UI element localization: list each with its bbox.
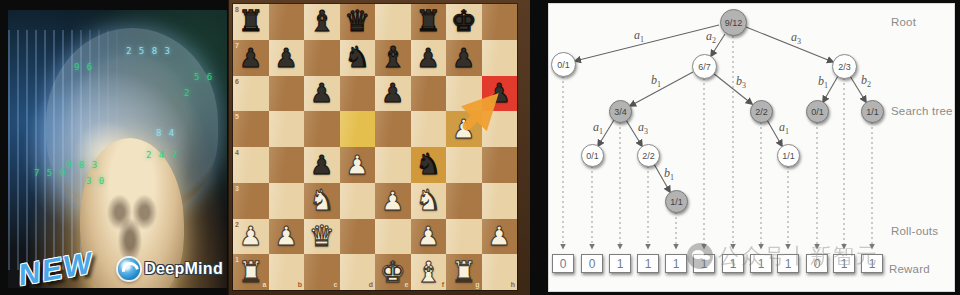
edge-label: a2 bbox=[706, 29, 716, 45]
square-g5[interactable]: ♟ bbox=[446, 111, 482, 147]
black-piece-c6: ♟ bbox=[310, 80, 333, 106]
square-c4[interactable]: ♟ bbox=[304, 147, 340, 183]
digit-cluster-2: 5 6 bbox=[194, 72, 213, 82]
edge-label: b1 bbox=[651, 73, 661, 89]
square-f1[interactable]: f♝ bbox=[411, 254, 447, 290]
white-piece-f3: ♞ bbox=[415, 186, 441, 215]
reward-value-11: 1 bbox=[861, 254, 883, 273]
square-h4[interactable] bbox=[482, 147, 518, 183]
square-g2[interactable] bbox=[446, 219, 482, 255]
square-e2[interactable] bbox=[375, 219, 411, 255]
black-piece-f7: ♟ bbox=[417, 45, 440, 71]
label-reward: Reward bbox=[889, 263, 930, 275]
file-label-c: c bbox=[334, 281, 338, 288]
square-h8[interactable] bbox=[482, 4, 518, 40]
tree-edges bbox=[549, 4, 954, 291]
digit-cluster-8: 2 4 7 bbox=[146, 150, 178, 160]
square-c8[interactable]: ♝ bbox=[304, 4, 340, 40]
square-f3[interactable]: ♞ bbox=[411, 183, 447, 219]
black-piece-e7: ♝ bbox=[380, 43, 406, 72]
square-e4[interactable] bbox=[375, 147, 411, 183]
black-piece-g7: ♟ bbox=[452, 45, 475, 71]
black-piece-d8: ♛ bbox=[344, 7, 370, 36]
edge-label: a3 bbox=[638, 120, 648, 136]
black-piece-f4: ♞ bbox=[415, 150, 441, 179]
square-a2[interactable]: 2♟ bbox=[233, 219, 269, 255]
square-d6[interactable] bbox=[340, 76, 376, 112]
edge-label: b2 bbox=[861, 73, 871, 89]
digit-cluster-1: 9 6 bbox=[74, 62, 93, 72]
square-c2[interactable]: ♛ bbox=[304, 219, 340, 255]
square-g6[interactable] bbox=[446, 76, 482, 112]
file-label-e: e bbox=[405, 281, 409, 288]
chess-panel: 8♜♝♛♜♚7♟♟♞♝♟♟6♟♟♟5♟4♟♟♞3♞♟♞2♟♟♛♟♟1a♜bcde… bbox=[228, 0, 530, 295]
white-piece-c3: ♞ bbox=[309, 186, 335, 215]
edge-label: a1 bbox=[593, 120, 603, 136]
square-h3[interactable] bbox=[482, 183, 518, 219]
white-piece-c2: ♛ bbox=[309, 222, 335, 251]
reward-value-10: 1 bbox=[833, 254, 855, 273]
tree-node: 2/2 bbox=[637, 144, 660, 167]
black-piece-a8: ♜ bbox=[238, 7, 264, 36]
square-c1[interactable]: c bbox=[304, 254, 340, 290]
rank-label-6: 6 bbox=[235, 78, 239, 85]
rank-label-5: 5 bbox=[235, 113, 239, 120]
tree-node: 1/1 bbox=[777, 144, 800, 167]
reward-value-6: 1 bbox=[722, 254, 744, 273]
square-a8[interactable]: 8♜ bbox=[233, 4, 269, 40]
square-e8[interactable] bbox=[375, 4, 411, 40]
reward-value-9: 0 bbox=[806, 254, 828, 273]
square-g4[interactable] bbox=[446, 147, 482, 183]
black-piece-c8: ♝ bbox=[309, 7, 335, 36]
square-e5[interactable] bbox=[375, 111, 411, 147]
square-b4[interactable] bbox=[269, 147, 305, 183]
black-piece-a7: ♟ bbox=[239, 45, 262, 71]
square-f4[interactable]: ♞ bbox=[411, 147, 447, 183]
label-root: Root bbox=[891, 16, 916, 28]
rank-label-2: 2 bbox=[235, 221, 239, 228]
reward-value-2: 1 bbox=[609, 254, 631, 273]
black-piece-g8: ♚ bbox=[451, 7, 477, 36]
square-c5[interactable] bbox=[304, 111, 340, 147]
square-g3[interactable] bbox=[446, 183, 482, 219]
edge-label: a3 bbox=[791, 30, 801, 46]
square-e6[interactable]: ♟ bbox=[375, 76, 411, 112]
digit-cluster-4: 8 4 bbox=[156, 128, 175, 138]
square-f2[interactable]: ♟ bbox=[411, 219, 447, 255]
square-e3[interactable]: ♟ bbox=[375, 183, 411, 219]
tree-node-root: 9/12 bbox=[720, 9, 747, 36]
reward-value-8: 1 bbox=[777, 254, 799, 273]
black-piece-f8: ♜ bbox=[415, 7, 441, 36]
reward-value-0: 0 bbox=[552, 254, 574, 273]
rank-label-3: 3 bbox=[235, 185, 239, 192]
square-a6[interactable]: 6 bbox=[233, 76, 269, 112]
ai-brain-artwork: 2 5 8 39 65 628 47 5 99 8 33 02 4 7 NEW … bbox=[8, 10, 227, 288]
reward-value-1: 0 bbox=[581, 254, 603, 273]
file-label-b: b bbox=[298, 281, 302, 288]
deepmind-badge: DeepMind bbox=[118, 258, 223, 280]
black-piece-e6: ♟ bbox=[381, 80, 404, 106]
digit-cluster-6: 9 8 3 bbox=[66, 160, 98, 170]
square-d3[interactable] bbox=[340, 183, 376, 219]
tree-node: 0/1 bbox=[551, 52, 576, 77]
file-label-d: d bbox=[369, 281, 373, 288]
digit-cluster-0: 2 5 8 3 bbox=[126, 46, 171, 56]
label-search-tree: Search tree bbox=[891, 105, 953, 117]
square-d1[interactable]: d bbox=[340, 254, 376, 290]
square-c7[interactable] bbox=[304, 40, 340, 76]
white-piece-h2: ♟ bbox=[488, 223, 511, 249]
square-a1[interactable]: 1a♜ bbox=[233, 254, 269, 290]
square-b1[interactable]: b bbox=[269, 254, 305, 290]
white-piece-a1: ♜ bbox=[238, 258, 264, 287]
square-d5[interactable] bbox=[340, 111, 376, 147]
white-piece-b2: ♟ bbox=[275, 223, 298, 249]
digit-cluster-5: 7 5 9 bbox=[34, 168, 66, 178]
deepmind-logo-icon bbox=[118, 258, 140, 280]
white-piece-g1: ♜ bbox=[451, 258, 477, 287]
rank-label-4: 4 bbox=[235, 149, 239, 156]
tree-node: 0/1 bbox=[581, 144, 604, 167]
square-a4[interactable]: 4 bbox=[233, 147, 269, 183]
file-label-h: h bbox=[511, 281, 515, 288]
square-f5[interactable] bbox=[411, 111, 447, 147]
square-f6[interactable] bbox=[411, 76, 447, 112]
tree-node: 0/1 bbox=[806, 100, 829, 123]
white-piece-e3: ♟ bbox=[381, 188, 404, 214]
reward-value-4: 1 bbox=[665, 254, 687, 273]
edge-label: b3 bbox=[736, 74, 746, 90]
mcts-tree-panel: 9/12 0/1 6/7 2/3 3/4 2/2 0/1 1/1 0/1 2/2… bbox=[548, 3, 955, 292]
alphazero-mcts-figure: 2 5 8 39 65 628 47 5 99 8 33 02 4 7 NEW … bbox=[0, 0, 960, 295]
square-e7[interactable]: ♝ bbox=[375, 40, 411, 76]
square-h5[interactable] bbox=[482, 111, 518, 147]
black-piece-b7: ♟ bbox=[275, 45, 298, 71]
square-a7[interactable]: 7♟ bbox=[233, 40, 269, 76]
white-piece-d4: ♟ bbox=[346, 152, 369, 178]
tree-node: 3/4 bbox=[609, 100, 632, 123]
digit-cluster-3: 2 bbox=[184, 88, 190, 98]
square-h7[interactable] bbox=[482, 40, 518, 76]
white-piece-e1: ♚ bbox=[380, 258, 406, 287]
tree-node: 1/1 bbox=[665, 190, 688, 213]
white-piece-g5: ♟ bbox=[452, 116, 475, 142]
square-g8[interactable]: ♚ bbox=[446, 4, 482, 40]
square-h1[interactable]: h bbox=[482, 254, 518, 290]
edge-label: a1 bbox=[779, 120, 789, 136]
white-piece-f1: ♝ bbox=[415, 258, 441, 287]
file-label-g: g bbox=[475, 281, 479, 288]
black-piece-h6: ♟ bbox=[488, 80, 511, 106]
square-b3[interactable] bbox=[269, 183, 305, 219]
square-g1[interactable]: g♜ bbox=[446, 254, 482, 290]
square-a5[interactable]: 5 bbox=[233, 111, 269, 147]
digit-cluster-7: 3 0 bbox=[86, 176, 105, 186]
reward-value-3: 1 bbox=[637, 254, 659, 273]
square-b6[interactable] bbox=[269, 76, 305, 112]
square-f7[interactable]: ♟ bbox=[411, 40, 447, 76]
edge-label: a1 bbox=[634, 28, 644, 44]
file-label-f: f bbox=[442, 281, 444, 288]
label-rollouts: Roll-outs bbox=[891, 225, 938, 237]
tree-node: 1/1 bbox=[861, 100, 884, 123]
square-g7[interactable]: ♟ bbox=[446, 40, 482, 76]
square-d8[interactable]: ♛ bbox=[340, 4, 376, 40]
white-piece-f2: ♟ bbox=[417, 223, 440, 249]
rank-label-1: 1 bbox=[235, 256, 239, 263]
edge-label: b1 bbox=[664, 166, 674, 182]
white-piece-a2: ♟ bbox=[239, 223, 262, 249]
reward-value-5: 1 bbox=[693, 254, 715, 273]
square-c6[interactable]: ♟ bbox=[304, 76, 340, 112]
edge-label: b1 bbox=[818, 74, 828, 90]
square-h2[interactable]: ♟ bbox=[482, 219, 518, 255]
square-a3[interactable]: 3 bbox=[233, 183, 269, 219]
rank-label-8: 8 bbox=[235, 6, 239, 13]
square-f8[interactable]: ♜ bbox=[411, 4, 447, 40]
square-b7[interactable]: ♟ bbox=[269, 40, 305, 76]
rank-label-7: 7 bbox=[235, 42, 239, 49]
file-label-a: a bbox=[263, 281, 267, 288]
square-c3[interactable]: ♞ bbox=[304, 183, 340, 219]
square-b8[interactable] bbox=[269, 4, 305, 40]
tree-node: 6/7 bbox=[692, 54, 717, 79]
reward-value-7: 1 bbox=[750, 254, 772, 273]
square-b5[interactable] bbox=[269, 111, 305, 147]
tree-node: 2/3 bbox=[832, 54, 857, 79]
square-b2[interactable]: ♟ bbox=[269, 219, 305, 255]
square-h6[interactable]: ♟ bbox=[482, 76, 518, 112]
chess-board: 8♜♝♛♜♚7♟♟♞♝♟♟6♟♟♟5♟4♟♟♞3♞♟♞2♟♟♛♟♟1a♜bcde… bbox=[233, 4, 517, 290]
square-d7[interactable]: ♞ bbox=[340, 40, 376, 76]
square-d2[interactable] bbox=[340, 219, 376, 255]
deepmind-wordmark: DeepMind bbox=[144, 260, 223, 278]
black-piece-c4: ♟ bbox=[310, 152, 333, 178]
tree-node: 2/2 bbox=[750, 100, 773, 123]
square-d4[interactable]: ♟ bbox=[340, 147, 376, 183]
square-e1[interactable]: e♚ bbox=[375, 254, 411, 290]
black-piece-d7: ♞ bbox=[344, 43, 370, 72]
